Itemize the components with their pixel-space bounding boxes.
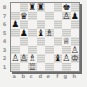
square-c6[interactable] (28, 20, 37, 29)
piece-white-pawn: ♙ (71, 46, 79, 54)
square-d2[interactable] (37, 54, 46, 63)
square-g3[interactable] (62, 46, 71, 55)
rank-label-6: 6 (1, 20, 9, 27)
square-f3[interactable] (54, 46, 63, 55)
square-d8[interactable]: ♜ (37, 3, 46, 12)
square-e7[interactable] (45, 12, 54, 21)
square-h6[interactable] (71, 20, 80, 29)
square-h3[interactable]: ♙ (71, 46, 80, 55)
file-label-e: e (45, 73, 52, 82)
square-a1[interactable] (11, 63, 20, 72)
chess-board: ♜♜♚♛♙♟♟♟♝♗♕♙♙♙♗♝♙♔♖ (10, 2, 80, 72)
rank-label-5: 5 (1, 28, 9, 35)
square-d7[interactable] (37, 12, 46, 21)
square-h5[interactable] (71, 29, 80, 38)
piece-black-pawn: ♟ (11, 20, 19, 28)
piece-black-queen: ♛ (20, 12, 28, 20)
rank-label-7: 7 (1, 11, 9, 18)
square-h4[interactable] (71, 37, 80, 46)
square-f5[interactable] (54, 29, 63, 38)
square-c1[interactable]: ♖ (28, 63, 37, 72)
square-a5[interactable] (11, 29, 20, 38)
square-g8[interactable]: ♚ (62, 3, 71, 12)
square-a6[interactable]: ♟ (11, 20, 20, 29)
piece-black-bishop: ♝ (54, 54, 62, 62)
square-c8[interactable]: ♜ (28, 3, 37, 12)
square-a4[interactable] (11, 37, 20, 46)
piece-black-pawn: ♟ (20, 29, 28, 37)
square-c5[interactable] (28, 29, 37, 38)
square-h1[interactable] (71, 63, 80, 72)
square-e2[interactable] (45, 54, 54, 63)
piece-white-bishop: ♗ (45, 29, 53, 37)
square-e3[interactable] (45, 46, 54, 55)
square-f2[interactable]: ♝ (54, 54, 63, 63)
square-c2[interactable]: ♗ (28, 54, 37, 63)
square-e5[interactable]: ♗ (45, 29, 54, 38)
rank-label-2: 2 (1, 54, 9, 61)
square-c7[interactable] (28, 12, 37, 21)
file-label-d: d (36, 73, 43, 82)
square-a2[interactable]: ♙ (11, 54, 20, 63)
rank-label-1: 1 (1, 62, 9, 69)
rank-label-4: 4 (1, 37, 9, 44)
square-a8[interactable] (11, 3, 20, 12)
piece-white-pawn: ♙ (20, 54, 28, 62)
square-g1[interactable] (62, 63, 71, 72)
piece-white-queen: ♕ (62, 37, 70, 45)
square-h8[interactable] (71, 3, 80, 12)
piece-white-king: ♔ (71, 54, 79, 62)
piece-black-pawn: ♟ (71, 12, 79, 20)
file-label-b: b (19, 73, 26, 82)
file-label-g: g (62, 73, 69, 82)
square-b4[interactable] (20, 37, 29, 46)
file-label-c: c (28, 73, 35, 82)
file-labels: abcdefgh (10, 72, 78, 82)
piece-black-king: ♚ (62, 3, 70, 11)
square-e8[interactable] (45, 3, 54, 12)
square-h2[interactable]: ♔ (71, 54, 80, 63)
square-b3[interactable] (20, 46, 29, 55)
piece-white-bishop: ♗ (28, 54, 36, 62)
square-b7[interactable]: ♛ (20, 12, 29, 21)
piece-white-pawn: ♙ (11, 54, 19, 62)
chess-diagram: 87654321 ♜♜♚♛♙♟♟♟♝♗♕♙♙♙♗♝♙♔♖ abcdefgh (0, 0, 87, 87)
square-e1[interactable] (45, 63, 54, 72)
square-b5[interactable]: ♟ (20, 29, 29, 38)
file-label-h: h (70, 73, 77, 82)
piece-white-rook: ♖ (28, 63, 36, 71)
piece-black-bishop: ♝ (37, 29, 45, 37)
file-label-a: a (11, 73, 18, 82)
square-d4[interactable] (37, 37, 46, 46)
square-c3[interactable] (28, 46, 37, 55)
square-b6[interactable] (20, 20, 29, 29)
file-label-f: f (53, 73, 60, 82)
square-f8[interactable] (54, 3, 63, 12)
square-f6[interactable] (54, 20, 63, 29)
square-g2[interactable]: ♙ (62, 54, 71, 63)
rank-label-8: 8 (1, 3, 9, 10)
square-f7[interactable] (54, 12, 63, 21)
square-b1[interactable] (20, 63, 29, 72)
piece-white-pawn: ♙ (62, 12, 70, 20)
square-f4[interactable] (54, 37, 63, 46)
square-a3[interactable] (11, 46, 20, 55)
square-d1[interactable] (37, 63, 46, 72)
rank-labels: 87654321 (0, 2, 9, 70)
square-g4[interactable]: ♕ (62, 37, 71, 46)
square-g7[interactable]: ♙ (62, 12, 71, 21)
square-e4[interactable] (45, 37, 54, 46)
square-d3[interactable] (37, 46, 46, 55)
square-h7[interactable]: ♟ (71, 12, 80, 21)
square-a7[interactable] (11, 12, 20, 21)
square-c4[interactable] (28, 37, 37, 46)
rank-label-3: 3 (1, 45, 9, 52)
piece-white-pawn: ♙ (62, 54, 70, 62)
square-g5[interactable] (62, 29, 71, 38)
square-g6[interactable] (62, 20, 71, 29)
piece-black-rook: ♜ (37, 3, 45, 11)
square-d5[interactable]: ♝ (37, 29, 46, 38)
square-b8[interactable] (20, 3, 29, 12)
square-d6[interactable] (37, 20, 46, 29)
piece-black-rook: ♜ (28, 3, 36, 11)
square-e6[interactable] (45, 20, 54, 29)
square-f1[interactable] (54, 63, 63, 72)
square-b2[interactable]: ♙ (20, 54, 29, 63)
